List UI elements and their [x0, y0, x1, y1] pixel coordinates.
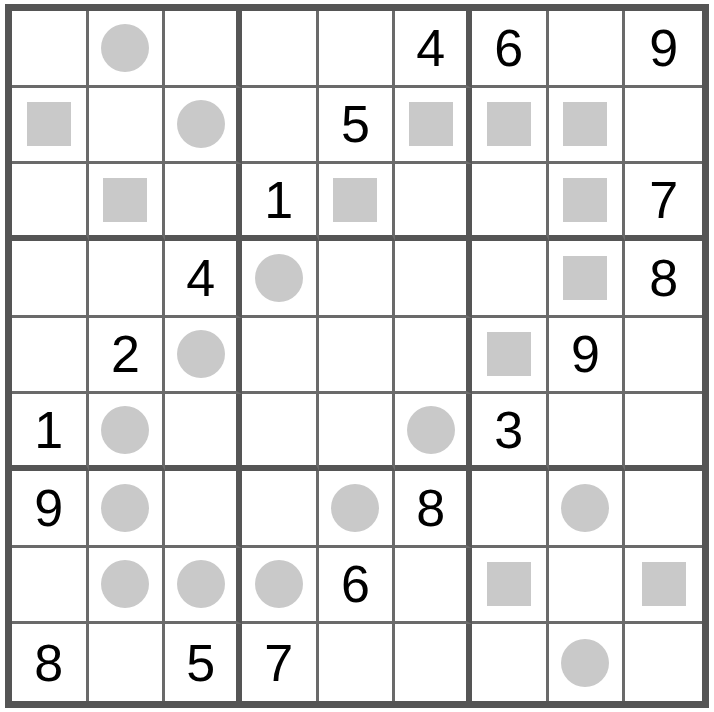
even-square-mark	[487, 102, 531, 146]
even-square-mark	[487, 562, 531, 606]
given-digit: 9	[34, 482, 63, 534]
odd-circle-mark	[101, 24, 149, 72]
cell-r1c4[interactable]	[242, 11, 319, 88]
cell-r1c2[interactable]	[89, 11, 166, 88]
even-square-mark	[103, 178, 147, 222]
given-digit: 1	[264, 174, 293, 226]
cell-r6c5[interactable]	[319, 394, 396, 471]
cell-r3c7[interactable]	[472, 164, 549, 241]
cell-r6c1[interactable]: 1	[12, 394, 89, 471]
cell-r6c8[interactable]	[549, 394, 626, 471]
odd-circle-mark	[177, 330, 225, 378]
odd-circle-mark	[561, 484, 609, 532]
cell-r8c5[interactable]: 6	[319, 548, 396, 625]
cell-r6c6[interactable]	[395, 394, 472, 471]
cell-r5c9[interactable]	[625, 318, 702, 395]
cell-r9c9[interactable]	[625, 624, 702, 701]
cell-r9c2[interactable]	[89, 624, 166, 701]
cell-r7c9[interactable]	[625, 471, 702, 548]
cell-r9c1[interactable]: 8	[12, 624, 89, 701]
cell-r5c2[interactable]: 2	[89, 318, 166, 395]
cell-r7c5[interactable]	[319, 471, 396, 548]
cell-r9c4[interactable]: 7	[242, 624, 319, 701]
given-digit: 8	[649, 252, 678, 304]
odd-circle-mark	[101, 406, 149, 454]
cell-r1c7[interactable]: 6	[472, 11, 549, 88]
given-digit: 2	[111, 328, 140, 380]
cell-r3c9[interactable]: 7	[625, 164, 702, 241]
given-digit: 9	[571, 328, 600, 380]
odd-circle-mark	[255, 560, 303, 608]
given-digit: 4	[186, 252, 215, 304]
given-digit: 4	[416, 22, 445, 74]
cell-r7c7[interactable]	[472, 471, 549, 548]
cell-r1c8[interactable]	[549, 11, 626, 88]
sudoku-board: 469517482913986857	[5, 4, 709, 708]
cell-r9c5[interactable]	[319, 624, 396, 701]
cell-r1c6[interactable]: 4	[395, 11, 472, 88]
cell-r7c3[interactable]	[165, 471, 242, 548]
cell-r7c2[interactable]	[89, 471, 166, 548]
cell-r2c5[interactable]: 5	[319, 88, 396, 165]
cell-r1c5[interactable]	[319, 11, 396, 88]
cell-r2c2[interactable]	[89, 88, 166, 165]
odd-circle-mark	[255, 254, 303, 302]
odd-circle-mark	[331, 484, 379, 532]
cell-r9c8[interactable]	[549, 624, 626, 701]
given-digit: 3	[494, 404, 523, 456]
odd-circle-mark	[177, 100, 225, 148]
cell-r8c1[interactable]	[12, 548, 89, 625]
cell-r2c8[interactable]	[549, 88, 626, 165]
given-digit: 9	[649, 22, 678, 74]
cell-r8c3[interactable]	[165, 548, 242, 625]
cell-r8c7[interactable]	[472, 548, 549, 625]
cell-r3c8[interactable]	[549, 164, 626, 241]
cell-r3c1[interactable]	[12, 164, 89, 241]
odd-circle-mark	[177, 560, 225, 608]
cell-r2c4[interactable]	[242, 88, 319, 165]
cell-r5c7[interactable]	[472, 318, 549, 395]
cell-r4c5[interactable]	[319, 241, 396, 318]
cell-r8c9[interactable]	[625, 548, 702, 625]
cell-r4c3[interactable]: 4	[165, 241, 242, 318]
given-digit: 6	[341, 558, 370, 610]
cell-r7c4[interactable]	[242, 471, 319, 548]
even-square-mark	[563, 102, 607, 146]
given-digit: 8	[416, 482, 445, 534]
even-square-mark	[27, 102, 71, 146]
cell-r5c3[interactable]	[165, 318, 242, 395]
cell-r1c9[interactable]: 9	[625, 11, 702, 88]
cell-r3c3[interactable]	[165, 164, 242, 241]
cell-r5c5[interactable]	[319, 318, 396, 395]
cell-r9c7[interactable]	[472, 624, 549, 701]
cell-r5c4[interactable]	[242, 318, 319, 395]
cell-r2c7[interactable]	[472, 88, 549, 165]
cell-r8c8[interactable]	[549, 548, 626, 625]
even-square-mark	[563, 256, 607, 300]
cell-r2c1[interactable]	[12, 88, 89, 165]
cell-r9c6[interactable]	[395, 624, 472, 701]
given-digit: 7	[649, 174, 678, 226]
given-digit: 5	[186, 637, 215, 689]
even-square-mark	[409, 102, 453, 146]
given-digit: 7	[264, 637, 293, 689]
cell-r4c2[interactable]	[89, 241, 166, 318]
cell-r4c8[interactable]	[549, 241, 626, 318]
cell-r5c6[interactable]	[395, 318, 472, 395]
cell-r1c1[interactable]	[12, 11, 89, 88]
cell-r6c2[interactable]	[89, 394, 166, 471]
cell-r2c3[interactable]	[165, 88, 242, 165]
even-square-mark	[487, 332, 531, 376]
cell-r4c9[interactable]: 8	[625, 241, 702, 318]
cell-r4c4[interactable]	[242, 241, 319, 318]
cell-r8c4[interactable]	[242, 548, 319, 625]
cell-r4c1[interactable]	[12, 241, 89, 318]
cell-r7c8[interactable]	[549, 471, 626, 548]
cell-r7c1[interactable]: 9	[12, 471, 89, 548]
cell-r3c2[interactable]	[89, 164, 166, 241]
cell-r9c3[interactable]: 5	[165, 624, 242, 701]
cell-r8c6[interactable]	[395, 548, 472, 625]
cell-r6c4[interactable]	[242, 394, 319, 471]
odd-circle-mark	[561, 639, 609, 687]
cell-r5c1[interactable]	[12, 318, 89, 395]
cell-r4c6[interactable]	[395, 241, 472, 318]
cell-r6c9[interactable]	[625, 394, 702, 471]
cell-r3c6[interactable]	[395, 164, 472, 241]
given-digit: 8	[34, 637, 63, 689]
odd-circle-mark	[101, 560, 149, 608]
cell-r4c7[interactable]	[472, 241, 549, 318]
cell-r7c6[interactable]: 8	[395, 471, 472, 548]
cell-r1c3[interactable]	[165, 11, 242, 88]
cell-r2c6[interactable]	[395, 88, 472, 165]
given-digit: 5	[341, 98, 370, 150]
given-digit: 1	[34, 404, 63, 456]
even-square-mark	[563, 178, 607, 222]
even-square-mark	[642, 562, 686, 606]
cell-r5c8[interactable]: 9	[549, 318, 626, 395]
odd-circle-mark	[101, 484, 149, 532]
odd-circle-mark	[407, 406, 455, 454]
cell-r6c3[interactable]	[165, 394, 242, 471]
given-digit: 6	[494, 22, 523, 74]
cell-r6c7[interactable]: 3	[472, 394, 549, 471]
even-square-mark	[333, 178, 377, 222]
cell-r3c5[interactable]	[319, 164, 396, 241]
cell-r3c4[interactable]: 1	[242, 164, 319, 241]
cell-r8c2[interactable]	[89, 548, 166, 625]
cell-r2c9[interactable]	[625, 88, 702, 165]
